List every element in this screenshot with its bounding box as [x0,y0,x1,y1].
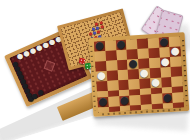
red-token [100,25,104,29]
light-square: ● [139,68,150,79]
white-checker: ● [160,57,169,68]
red-token [89,33,93,37]
game-set-photo: ●●●●●●●●●●●●●●●●●● ●●●●●●●●●●●● [0,0,190,140]
diamond-motif [44,60,56,72]
blue-token [93,32,97,36]
light-square: ● [127,59,138,70]
dark-square [173,102,184,108]
dark-square: ● [158,37,169,48]
dark-square: ● [94,41,105,52]
red-token [97,30,101,34]
green-die [85,63,92,70]
white-checker: ● [171,46,180,57]
black-checker: ● [159,37,168,48]
dark-square: ● [97,96,108,107]
light-square: ● [150,78,161,89]
dark-square: ● [160,57,171,68]
black-checker: ● [128,59,137,70]
white-checker: ● [151,77,160,88]
dark-square: ● [115,40,126,51]
white-checker: ● [140,68,149,79]
dark-square: ● [162,92,173,103]
grid-tokens [61,12,121,28]
light-square: ● [96,71,107,82]
checkers-board: ●●●●●●●●●●●● [89,32,190,117]
black-checker: ● [95,41,104,52]
black-checker: ● [163,92,172,103]
dark-square: ● [119,95,130,106]
checkers-grid: ●●●●●●●●●●●● [94,36,184,112]
white-checker: ● [97,71,106,82]
black-checker: ● [120,95,129,106]
dark-square: ● [170,46,181,57]
black-checker: ● [36,88,45,97]
black-checker: ● [116,39,125,50]
black-checker: ● [98,96,107,107]
